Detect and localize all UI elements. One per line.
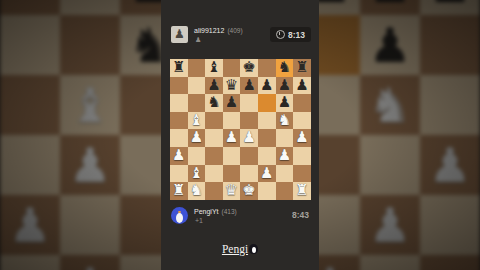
piece-black-pawn: ♟ <box>260 77 273 95</box>
piece-white-pawn: ♟ <box>260 165 273 183</box>
square-h5[interactable] <box>293 112 311 130</box>
square-d1[interactable]: ♛ <box>223 182 241 200</box>
square-a7[interactable] <box>170 77 188 95</box>
square-d3[interactable] <box>223 147 241 165</box>
game-screenshot-strip: ♟ ali991212(409) ♟ 8:13 ♜♝♚♞♜♟♛♟♟♟♟♞♟♟♝♞… <box>161 0 319 270</box>
square-h3[interactable] <box>293 147 311 165</box>
piece-black-pawn: ♟ <box>295 77 308 95</box>
square-h6[interactable] <box>293 94 311 112</box>
bottom-player-avatar[interactable] <box>171 207 188 224</box>
piece-white-knight: ♞ <box>190 182 203 200</box>
piece-white-pawn: ♟ <box>295 129 308 147</box>
square-h4[interactable]: ♟ <box>293 129 311 147</box>
piece-black-pawn: ♟ <box>278 77 291 95</box>
square-g7[interactable]: ♟ <box>276 77 294 95</box>
top-clock-time: 8:13 <box>288 30 305 40</box>
piece-white-pawn: ♟ <box>278 147 291 165</box>
piece-black-pawn: ♟ <box>278 94 291 112</box>
square-g3[interactable]: ♟ <box>276 147 294 165</box>
square-b2[interactable]: ♝ <box>188 165 206 183</box>
square-g8[interactable]: ♞ <box>276 59 294 77</box>
square-h2[interactable] <box>293 165 311 183</box>
piece-white-knight: ♞ <box>278 112 291 130</box>
square-h1[interactable]: ♜ <box>293 182 311 200</box>
square-b5[interactable]: ♝ <box>188 112 206 130</box>
square-d7[interactable]: ♛ <box>223 77 241 95</box>
square-d5[interactable] <box>223 112 241 130</box>
square-c8[interactable]: ♝ <box>205 59 223 77</box>
square-a1[interactable]: ♜ <box>170 182 188 200</box>
piece-black-pawn: ♟ <box>242 77 255 95</box>
piece-white-pawn: ♟ <box>242 129 255 147</box>
piece-white-bishop: ♝ <box>190 112 203 130</box>
bottom-player-name[interactable]: PengiYt(413) <box>194 208 237 215</box>
video-frame: ♜♝♚♞♜♟♛♟♟♟♟♞♟♟♝♞♟♟♟♟♟♟♝♟♜♞♛♚♜ ♟ ali99121… <box>0 0 480 270</box>
penguin-icon <box>249 244 258 254</box>
piece-black-king: ♚ <box>242 59 255 77</box>
square-g4[interactable] <box>276 129 294 147</box>
square-a8[interactable]: ♜ <box>170 59 188 77</box>
top-player-bar: ♟ ali991212(409) ♟ 8:13 <box>161 26 319 46</box>
square-h8[interactable]: ♜ <box>293 59 311 77</box>
square-g2[interactable] <box>276 165 294 183</box>
square-e5[interactable] <box>240 112 258 130</box>
captured-pawn-icon: ♟ <box>195 36 201 44</box>
square-b4[interactable]: ♟ <box>188 129 206 147</box>
top-player-avatar[interactable]: ♟ <box>171 26 188 43</box>
penguin-avatar-beak <box>178 211 181 213</box>
piece-white-bishop: ♝ <box>190 165 203 183</box>
square-e4[interactable]: ♟ <box>240 129 258 147</box>
piece-black-rook: ♜ <box>295 59 308 77</box>
square-b8[interactable] <box>188 59 206 77</box>
chess-board: ♜♝♚♞♜♟♛♟♟♟♟♞♟♟♝♞♟♟♟♟♟♟♝♟♜♞♛♚♜ <box>170 59 311 200</box>
piece-black-pawn: ♟ <box>225 94 238 112</box>
square-c2[interactable] <box>205 165 223 183</box>
square-d8[interactable] <box>223 59 241 77</box>
square-c4[interactable] <box>205 129 223 147</box>
square-f6[interactable] <box>258 94 276 112</box>
top-player-rating: (409) <box>227 27 242 34</box>
piece-black-pawn: ♟ <box>207 77 220 95</box>
square-f8[interactable] <box>258 59 276 77</box>
square-f5[interactable] <box>258 112 276 130</box>
square-d4[interactable]: ♟ <box>223 129 241 147</box>
square-e1[interactable]: ♚ <box>240 182 258 200</box>
square-a4[interactable] <box>170 129 188 147</box>
square-a6[interactable] <box>170 94 188 112</box>
square-c5[interactable] <box>205 112 223 130</box>
square-c1[interactable] <box>205 182 223 200</box>
square-e7[interactable]: ♟ <box>240 77 258 95</box>
square-a3[interactable]: ♟ <box>170 147 188 165</box>
square-f1[interactable] <box>258 182 276 200</box>
piece-black-knight: ♞ <box>207 94 220 112</box>
bottom-player-clock: 8:43 <box>292 210 309 220</box>
square-e3[interactable] <box>240 147 258 165</box>
square-g6[interactable]: ♟ <box>276 94 294 112</box>
square-a5[interactable] <box>170 112 188 130</box>
piece-black-rook: ♜ <box>172 59 185 77</box>
top-player-clock: 8:13 <box>270 27 311 42</box>
clock-icon <box>276 30 285 39</box>
square-h7[interactable]: ♟ <box>293 77 311 95</box>
square-b7[interactable] <box>188 77 206 95</box>
piece-white-queen: ♛ <box>225 182 238 200</box>
bottom-player-rating: (413) <box>222 208 237 215</box>
piece-white-pawn: ♟ <box>172 147 185 165</box>
piece-black-queen: ♛ <box>225 77 238 95</box>
material-advantage: +1 <box>195 217 203 225</box>
square-a2[interactable] <box>170 165 188 183</box>
square-b1[interactable]: ♞ <box>188 182 206 200</box>
square-b6[interactable] <box>188 94 206 112</box>
square-d2[interactable] <box>223 165 241 183</box>
top-player-name[interactable]: ali991212(409) <box>194 27 243 34</box>
piece-white-rook: ♜ <box>295 182 308 200</box>
square-c6[interactable]: ♞ <box>205 94 223 112</box>
piece-white-king: ♚ <box>242 182 255 200</box>
channel-watermark: Pengi <box>161 243 319 255</box>
square-f4[interactable] <box>258 129 276 147</box>
square-d6[interactable]: ♟ <box>223 94 241 112</box>
watermark-text: Pengi <box>222 243 248 255</box>
square-c3[interactable] <box>205 147 223 165</box>
piece-black-bishop: ♝ <box>207 59 220 77</box>
square-f7[interactable]: ♟ <box>258 77 276 95</box>
piece-white-pawn: ♟ <box>190 129 203 147</box>
penguin-avatar-belly <box>176 213 183 223</box>
square-f2[interactable]: ♟ <box>258 165 276 183</box>
square-e8[interactable]: ♚ <box>240 59 258 77</box>
piece-white-rook: ♜ <box>172 182 185 200</box>
bottom-player-bar: PengiYt(413) +1 8:43 <box>161 207 319 227</box>
square-b3[interactable] <box>188 147 206 165</box>
square-g5[interactable]: ♞ <box>276 112 294 130</box>
square-c7[interactable]: ♟ <box>205 77 223 95</box>
square-f3[interactable] <box>258 147 276 165</box>
square-e2[interactable] <box>240 165 258 183</box>
square-e6[interactable] <box>240 94 258 112</box>
piece-white-pawn: ♟ <box>225 129 238 147</box>
piece-black-knight: ♞ <box>278 59 291 77</box>
square-g1[interactable] <box>276 182 294 200</box>
